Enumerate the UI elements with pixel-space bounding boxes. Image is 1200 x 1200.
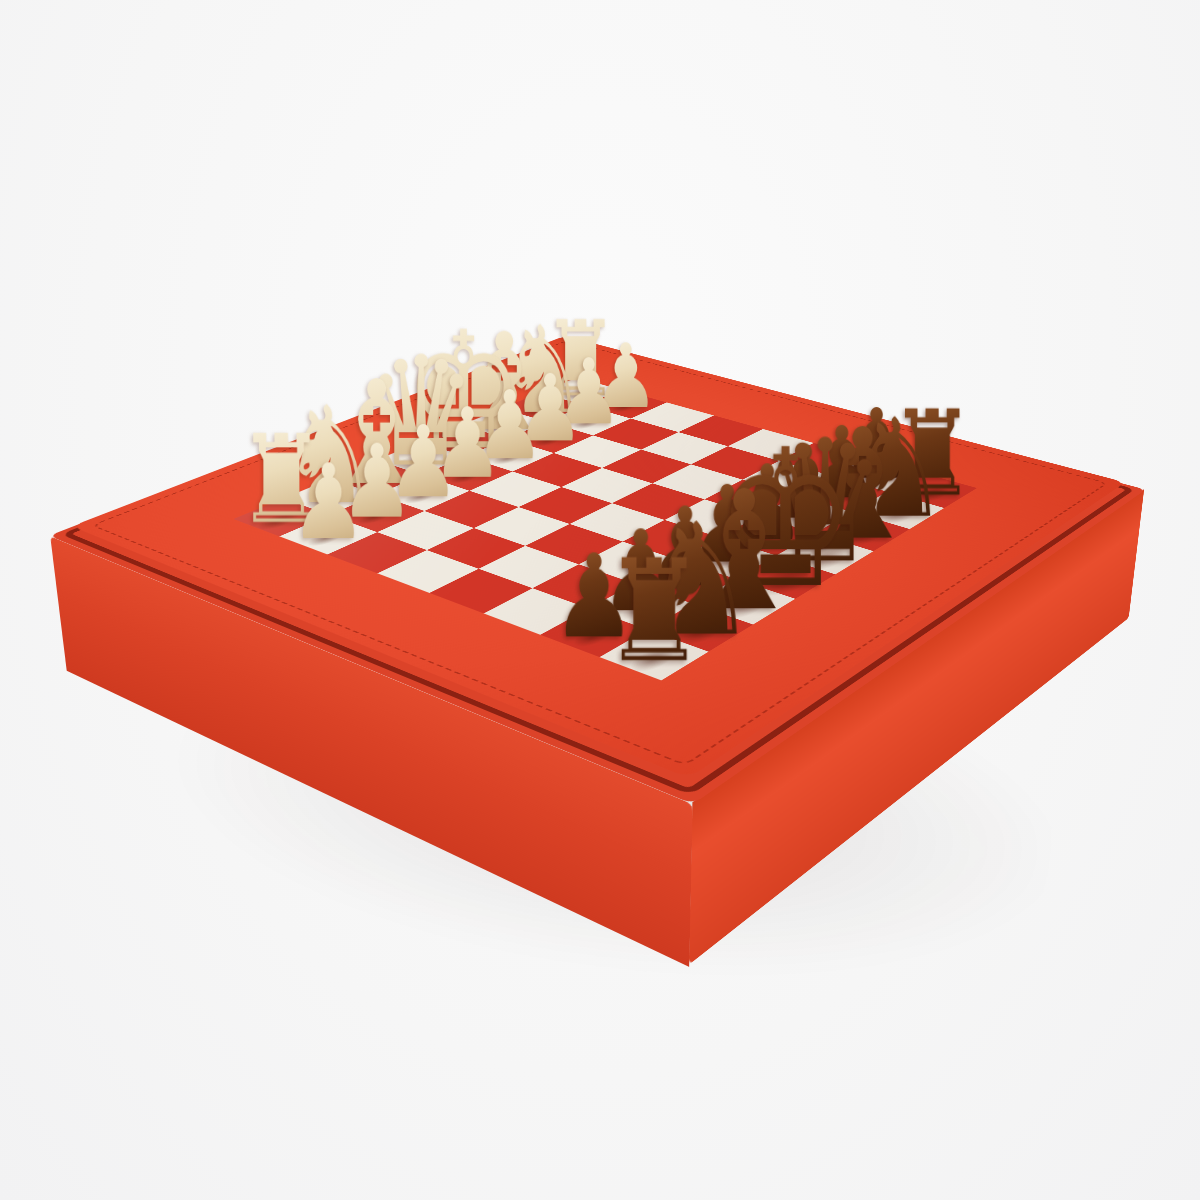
chess-box: ♜♟♞♟♝♟♚♟♛♟♟♝♜♟♟♞♞♟♟♜♝♟♟♛♟♚♟♝♟♞♟♜ (49, 337, 1146, 805)
scene: ♜♟♞♟♝♟♚♟♛♟♟♝♜♟♟♞♞♟♟♜♝♟♟♛♟♚♟♝♟♞♟♜ (0, 0, 1200, 1200)
